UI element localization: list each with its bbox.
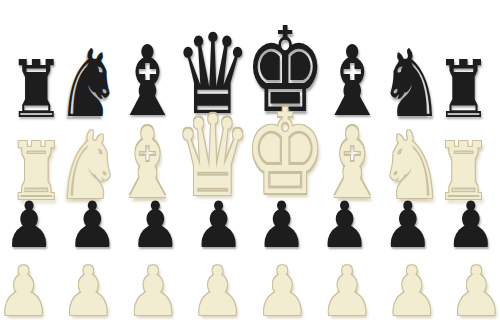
white-pawn-8: ♟	[449, 256, 500, 324]
black-pawn-3: ♟	[130, 193, 181, 257]
black-pawns-row: ♟ ♟ ♟ ♟ ♟ ♟ ♟ ♟	[0, 199, 500, 256]
white-pawn-1: ♟	[0, 256, 51, 324]
black-pawn-4: ♟	[193, 193, 244, 257]
white-pawn-7: ♟	[384, 256, 439, 324]
white-pawn-3: ♟	[126, 256, 181, 324]
chess-set-photo: ♜ ♞ ♝ ♛ ♚ ♝ ♞ ♜ ♜ ♞ ♝ ♛ ♚ ♝ ♞ ♜ ♟ ♟ ♟ ♟ …	[0, 0, 500, 336]
white-pawn-4: ♟	[190, 256, 245, 324]
black-pawn-2: ♟	[67, 193, 118, 257]
black-pawn-7: ♟	[382, 193, 433, 257]
black-pawn-1: ♟	[4, 193, 55, 257]
white-pawn-6: ♟	[320, 256, 375, 324]
black-pawn-6: ♟	[319, 193, 370, 257]
white-pawn-5: ♟	[255, 256, 310, 324]
white-pawn-2: ♟	[61, 256, 116, 324]
black-pawn-8: ♟	[445, 193, 496, 257]
black-pawn-5: ♟	[256, 193, 307, 257]
white-pawns-row: ♟ ♟ ♟ ♟ ♟ ♟ ♟ ♟	[0, 263, 500, 324]
